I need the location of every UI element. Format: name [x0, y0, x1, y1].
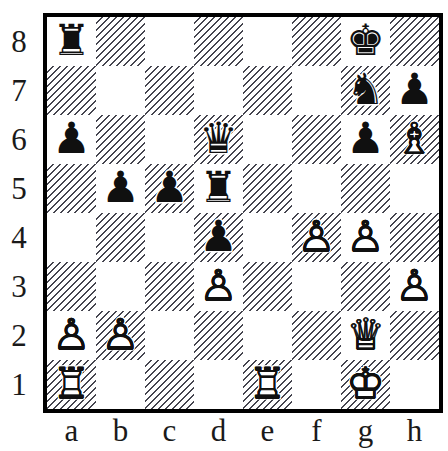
square-c6 [145, 115, 194, 164]
square-h5 [390, 164, 439, 213]
piece-halo: ♜ [47, 17, 96, 66]
black-pawn-d4: ♟ [194, 213, 243, 262]
black-pawn-a6: ♟ [47, 115, 96, 164]
rank-label-8: 8 [0, 17, 38, 66]
square-f3 [292, 262, 341, 311]
piece-halo: ♟ [194, 213, 243, 262]
square-a3 [47, 262, 96, 311]
square-a2: ♟♙ [47, 311, 96, 360]
piece-halo: ♟ [292, 213, 341, 262]
square-e8 [243, 17, 292, 66]
square-b8 [96, 17, 145, 66]
square-e2 [243, 311, 292, 360]
piece-halo: ♟ [47, 311, 96, 360]
white-king-g1: ♔ [341, 360, 390, 409]
piece-halo: ♚ [341, 360, 390, 409]
white-pawn-b2: ♙ [96, 311, 145, 360]
piece-halo: ♛ [341, 311, 390, 360]
square-d4: ♟♟ [194, 213, 243, 262]
square-h3: ♟♙ [390, 262, 439, 311]
black-queen-d6: ♛ [194, 115, 243, 164]
white-pawn-f4: ♙ [292, 213, 341, 262]
square-d6: ♛♛ [194, 115, 243, 164]
square-a8: ♜♜ [47, 17, 96, 66]
file-labels: abcdefgh [47, 411, 439, 451]
piece-halo: ♜ [194, 164, 243, 213]
square-c2 [145, 311, 194, 360]
square-d8 [194, 17, 243, 66]
chess-diagram: 87654321 ♜♜♚♚♞♞♟♟♟♟♛♛♟♟♝♗♟♟♟♟♜♜♟♟♟♙♟♙♟♙♟… [0, 0, 448, 451]
white-pawn-a2: ♙ [47, 311, 96, 360]
piece-halo: ♟ [341, 115, 390, 164]
square-e6 [243, 115, 292, 164]
piece-halo: ♟ [47, 115, 96, 164]
square-f4: ♟♙ [292, 213, 341, 262]
piece-halo: ♚ [341, 17, 390, 66]
square-h2 [390, 311, 439, 360]
square-a6: ♟♟ [47, 115, 96, 164]
square-e4 [243, 213, 292, 262]
square-g2: ♛♕ [341, 311, 390, 360]
square-d1 [194, 360, 243, 409]
piece-halo: ♟ [390, 66, 439, 115]
square-g7: ♞♞ [341, 66, 390, 115]
square-c7 [145, 66, 194, 115]
square-d3: ♟♙ [194, 262, 243, 311]
white-pawn-g4: ♙ [341, 213, 390, 262]
file-label-a: a [47, 411, 96, 451]
square-b5: ♟♟ [96, 164, 145, 213]
square-d5: ♜♜ [194, 164, 243, 213]
black-king-g8: ♚ [341, 17, 390, 66]
white-bishop-h6: ♗ [390, 115, 439, 164]
square-f8 [292, 17, 341, 66]
black-rook-a8: ♜ [47, 17, 96, 66]
square-c3 [145, 262, 194, 311]
black-pawn-h7: ♟ [390, 66, 439, 115]
square-g1: ♚♔ [341, 360, 390, 409]
square-c8 [145, 17, 194, 66]
file-label-f: f [292, 411, 341, 451]
square-f2 [292, 311, 341, 360]
black-pawn-g6: ♟ [341, 115, 390, 164]
square-b1 [96, 360, 145, 409]
square-f5 [292, 164, 341, 213]
square-a1: ♜♖ [47, 360, 96, 409]
piece-halo: ♟ [145, 164, 194, 213]
square-b3 [96, 262, 145, 311]
square-b7 [96, 66, 145, 115]
square-g5 [341, 164, 390, 213]
square-f7 [292, 66, 341, 115]
rank-labels: 87654321 [0, 17, 38, 409]
square-a7 [47, 66, 96, 115]
rank-label-2: 2 [0, 311, 38, 360]
chess-board: ♜♜♚♚♞♞♟♟♟♟♛♛♟♟♝♗♟♟♟♟♜♜♟♟♟♙♟♙♟♙♟♙♟♙♟♙♛♕♜♖… [43, 13, 443, 413]
square-h7: ♟♟ [390, 66, 439, 115]
square-b2: ♟♙ [96, 311, 145, 360]
black-pawn-b5: ♟ [96, 164, 145, 213]
square-a5 [47, 164, 96, 213]
rank-label-4: 4 [0, 213, 38, 262]
square-b4 [96, 213, 145, 262]
piece-halo: ♛ [194, 115, 243, 164]
black-pawn-c5: ♟ [145, 164, 194, 213]
square-g3 [341, 262, 390, 311]
black-rook-d5: ♜ [194, 164, 243, 213]
file-label-c: c [145, 411, 194, 451]
square-g8: ♚♚ [341, 17, 390, 66]
file-label-g: g [341, 411, 390, 451]
square-e5 [243, 164, 292, 213]
square-h8 [390, 17, 439, 66]
file-label-e: e [243, 411, 292, 451]
piece-halo: ♝ [390, 115, 439, 164]
square-c1 [145, 360, 194, 409]
square-d2 [194, 311, 243, 360]
square-g4: ♟♙ [341, 213, 390, 262]
square-e3 [243, 262, 292, 311]
square-e7 [243, 66, 292, 115]
file-label-b: b [96, 411, 145, 451]
piece-halo: ♟ [96, 164, 145, 213]
piece-halo: ♟ [96, 311, 145, 360]
white-rook-e1: ♖ [243, 360, 292, 409]
square-f1 [292, 360, 341, 409]
rank-label-1: 1 [0, 360, 38, 409]
square-f6 [292, 115, 341, 164]
square-b6 [96, 115, 145, 164]
piece-halo: ♟ [194, 262, 243, 311]
square-c4 [145, 213, 194, 262]
rank-label-7: 7 [0, 66, 38, 115]
white-pawn-h3: ♙ [390, 262, 439, 311]
rank-label-3: 3 [0, 262, 38, 311]
piece-halo: ♟ [341, 213, 390, 262]
square-d7 [194, 66, 243, 115]
square-g6: ♟♟ [341, 115, 390, 164]
square-h1 [390, 360, 439, 409]
piece-halo: ♟ [390, 262, 439, 311]
piece-halo: ♜ [47, 360, 96, 409]
rank-label-5: 5 [0, 164, 38, 213]
piece-halo: ♞ [341, 66, 390, 115]
rank-label-6: 6 [0, 115, 38, 164]
square-h4 [390, 213, 439, 262]
white-rook-a1: ♖ [47, 360, 96, 409]
square-c5: ♟♟ [145, 164, 194, 213]
file-label-d: d [194, 411, 243, 451]
square-h6: ♝♗ [390, 115, 439, 164]
piece-halo: ♜ [243, 360, 292, 409]
file-label-h: h [390, 411, 439, 451]
white-pawn-d3: ♙ [194, 262, 243, 311]
black-knight-g7: ♞ [341, 66, 390, 115]
square-e1: ♜♖ [243, 360, 292, 409]
white-queen-g2: ♕ [341, 311, 390, 360]
square-a4 [47, 213, 96, 262]
